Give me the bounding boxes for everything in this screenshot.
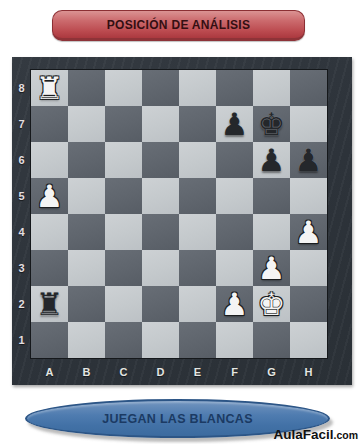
chess-board-frame: 87654321 ♜♟♚♟♟♟♟♟♜♟♚ ABCDEFGH: [12, 57, 352, 385]
file-label-a: A: [31, 358, 68, 385]
black-pawn-h6: ♟: [290, 142, 327, 178]
square-a5: ♟: [31, 178, 68, 214]
square-g7: ♚: [253, 106, 290, 142]
rank-label-1: 1: [12, 322, 31, 358]
file-label-g: G: [253, 358, 290, 385]
file-label-e: E: [179, 358, 216, 385]
square-g1: [253, 322, 290, 358]
square-h8: [290, 70, 327, 106]
file-labels: ABCDEFGH: [31, 358, 327, 385]
square-d7: [142, 106, 179, 142]
square-e6: [179, 142, 216, 178]
black-king-g7: ♚: [253, 106, 290, 142]
square-f7: ♟: [216, 106, 253, 142]
square-e2: [179, 286, 216, 322]
square-h2: [290, 286, 327, 322]
square-c8: [105, 70, 142, 106]
square-d5: [142, 178, 179, 214]
square-c7: [105, 106, 142, 142]
rank-label-4: 4: [12, 214, 31, 250]
rank-label-2: 2: [12, 286, 31, 322]
square-f2: ♟: [216, 286, 253, 322]
square-e3: [179, 250, 216, 286]
turn-banner-label: JUEGAN LAS BLANCAS: [102, 412, 253, 426]
square-c4: [105, 214, 142, 250]
brand-logo: AulaFacil.com: [273, 425, 358, 443]
analysis-banner-label: POSICIÓN DE ANÁLISIS: [107, 18, 251, 32]
square-b7: [68, 106, 105, 142]
black-pawn-g6: ♟: [253, 142, 290, 178]
square-f3: [216, 250, 253, 286]
rank-labels: 87654321: [12, 70, 31, 358]
square-a2: ♜: [31, 286, 68, 322]
square-c1: [105, 322, 142, 358]
square-b2: [68, 286, 105, 322]
square-h1: [290, 322, 327, 358]
black-rook-a2: ♜: [31, 286, 68, 322]
file-label-c: C: [105, 358, 142, 385]
chess-board: ♜♟♚♟♟♟♟♟♜♟♚: [31, 70, 327, 358]
analysis-banner: POSICIÓN DE ANÁLISIS: [52, 10, 305, 41]
square-c6: [105, 142, 142, 178]
square-f1: [216, 322, 253, 358]
square-b6: [68, 142, 105, 178]
square-h7: [290, 106, 327, 142]
square-g5: [253, 178, 290, 214]
square-d2: [142, 286, 179, 322]
white-king-g2: ♚: [253, 286, 290, 322]
white-pawn-g3: ♟: [253, 250, 290, 286]
square-e8: [179, 70, 216, 106]
square-a3: [31, 250, 68, 286]
square-h4: ♟: [290, 214, 327, 250]
square-e1: [179, 322, 216, 358]
rank-label-3: 3: [12, 250, 31, 286]
square-d8: [142, 70, 179, 106]
file-label-h: H: [290, 358, 327, 385]
square-d4: [142, 214, 179, 250]
black-pawn-f7: ♟: [216, 106, 253, 142]
square-b5: [68, 178, 105, 214]
white-pawn-a5: ♟: [31, 178, 68, 214]
rank-label-7: 7: [12, 106, 31, 142]
square-h5: [290, 178, 327, 214]
square-h6: ♟: [290, 142, 327, 178]
square-g2: ♚: [253, 286, 290, 322]
square-f5: [216, 178, 253, 214]
square-e7: [179, 106, 216, 142]
file-label-d: D: [142, 358, 179, 385]
white-pawn-f2: ♟: [216, 286, 253, 322]
square-g4: [253, 214, 290, 250]
square-a4: [31, 214, 68, 250]
rank-label-5: 5: [12, 178, 31, 214]
square-f4: [216, 214, 253, 250]
square-d1: [142, 322, 179, 358]
square-h3: [290, 250, 327, 286]
brand-tld: .com: [333, 429, 358, 441]
square-c3: [105, 250, 142, 286]
square-a8: ♜: [31, 70, 68, 106]
white-rook-a8: ♜: [31, 70, 68, 106]
square-c2: [105, 286, 142, 322]
file-label-f: F: [216, 358, 253, 385]
square-b4: [68, 214, 105, 250]
page: POSICIÓN DE ANÁLISIS 87654321 ♜♟♚♟♟♟♟♟♜♟…: [0, 0, 361, 444]
square-d6: [142, 142, 179, 178]
square-d3: [142, 250, 179, 286]
square-g3: ♟: [253, 250, 290, 286]
white-pawn-h4: ♟: [290, 214, 327, 250]
square-f6: [216, 142, 253, 178]
square-e4: [179, 214, 216, 250]
square-f8: [216, 70, 253, 106]
brand-name: AulaFacil: [273, 427, 333, 442]
rank-label-6: 6: [12, 142, 31, 178]
square-e5: [179, 178, 216, 214]
square-g8: [253, 70, 290, 106]
square-a6: [31, 142, 68, 178]
file-label-b: B: [68, 358, 105, 385]
square-b8: [68, 70, 105, 106]
square-b1: [68, 322, 105, 358]
square-g6: ♟: [253, 142, 290, 178]
rank-label-8: 8: [12, 70, 31, 106]
square-b3: [68, 250, 105, 286]
square-a1: [31, 322, 68, 358]
square-a7: [31, 106, 68, 142]
square-c5: [105, 178, 142, 214]
